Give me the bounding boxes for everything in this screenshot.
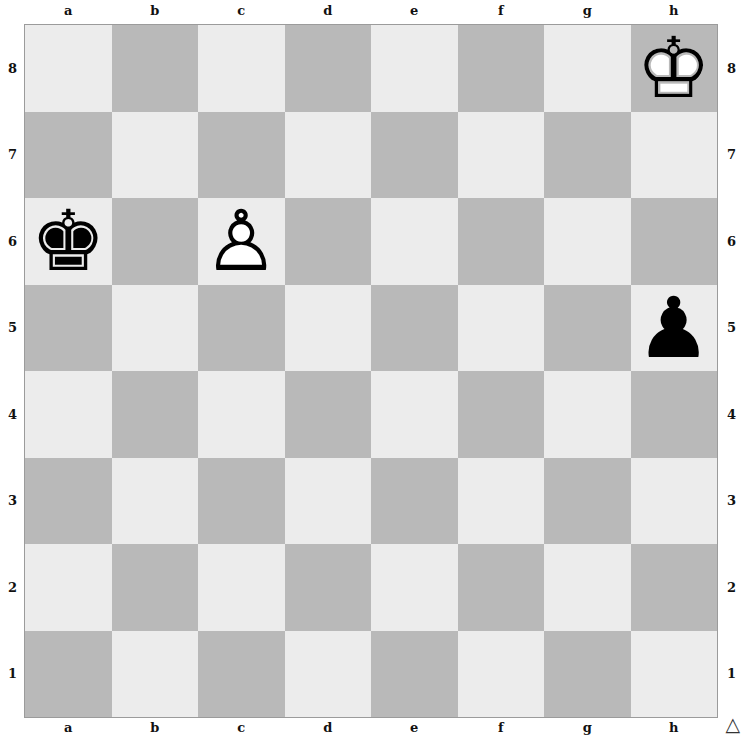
square-a4[interactable] — [25, 371, 112, 458]
square-g3[interactable] — [544, 458, 631, 545]
square-b4[interactable] — [112, 371, 199, 458]
square-a3[interactable] — [25, 458, 112, 545]
square-e8[interactable] — [371, 25, 458, 112]
file-label-d: d — [285, 717, 372, 742]
square-g8[interactable] — [544, 25, 631, 112]
white-to-move-indicator: △ — [725, 715, 740, 734]
square-a8[interactable] — [25, 25, 112, 112]
file-label-b: b — [112, 0, 199, 25]
square-c8[interactable] — [198, 25, 285, 112]
file-label-c: c — [198, 0, 285, 25]
file-label-c: c — [198, 717, 285, 742]
square-d1[interactable] — [285, 631, 372, 718]
rank-label-6: 6 — [0, 198, 25, 285]
black-pawn[interactable]: ♟ — [631, 285, 718, 372]
square-c4[interactable] — [198, 371, 285, 458]
rank-label-6: 6 — [719, 198, 744, 285]
square-d6[interactable] — [285, 198, 372, 285]
square-b2[interactable] — [112, 544, 199, 631]
square-b1[interactable] — [112, 631, 199, 718]
file-label-a: a — [25, 717, 112, 742]
file-label-h: h — [631, 717, 718, 742]
rank-labels-left: 87654321 — [0, 25, 25, 717]
file-label-g: g — [544, 717, 631, 742]
file-label-a: a — [25, 0, 112, 25]
square-h5[interactable]: ♟ — [631, 285, 718, 372]
square-g6[interactable] — [544, 198, 631, 285]
rank-label-3: 3 — [719, 458, 744, 545]
square-h7[interactable] — [631, 112, 718, 199]
square-h8[interactable]: ♚♔ — [631, 25, 718, 112]
file-label-h: h — [631, 0, 718, 25]
square-g4[interactable] — [544, 371, 631, 458]
square-d5[interactable] — [285, 285, 372, 372]
square-f1[interactable] — [458, 631, 545, 718]
white-king[interactable]: ♔ — [631, 25, 718, 112]
square-c3[interactable] — [198, 458, 285, 545]
square-h4[interactable] — [631, 371, 718, 458]
square-c1[interactable] — [198, 631, 285, 718]
rank-label-3: 3 — [0, 458, 25, 545]
square-a5[interactable] — [25, 285, 112, 372]
file-label-b: b — [112, 717, 199, 742]
square-a7[interactable] — [25, 112, 112, 199]
square-c2[interactable] — [198, 544, 285, 631]
rank-label-4: 4 — [0, 371, 25, 458]
square-b3[interactable] — [112, 458, 199, 545]
square-b7[interactable] — [112, 112, 199, 199]
rank-label-7: 7 — [0, 112, 25, 199]
square-h6[interactable] — [631, 198, 718, 285]
file-label-f: f — [458, 717, 545, 742]
file-label-d: d — [285, 0, 372, 25]
rank-labels-right: 87654321 — [719, 25, 744, 717]
chess-board: ♚♔♚♟♙♟ — [25, 25, 717, 717]
square-d8[interactable] — [285, 25, 372, 112]
white-pawn[interactable]: ♙ — [198, 198, 285, 285]
white-pawn-fill: ♟ — [198, 198, 285, 285]
rank-label-4: 4 — [719, 371, 744, 458]
square-a1[interactable] — [25, 631, 112, 718]
square-c5[interactable] — [198, 285, 285, 372]
square-e2[interactable] — [371, 544, 458, 631]
white-king-fill: ♚ — [631, 25, 718, 112]
rank-label-1: 1 — [0, 631, 25, 718]
square-e1[interactable] — [371, 631, 458, 718]
rank-label-8: 8 — [0, 25, 25, 112]
square-e6[interactable] — [371, 198, 458, 285]
rank-label-1: 1 — [719, 631, 744, 718]
file-label-g: g — [544, 0, 631, 25]
square-d4[interactable] — [285, 371, 372, 458]
square-a6[interactable]: ♚ — [25, 198, 112, 285]
rank-label-2: 2 — [0, 544, 25, 631]
rank-label-5: 5 — [0, 285, 25, 372]
square-d2[interactable] — [285, 544, 372, 631]
file-labels-bottom: abcdefgh — [25, 717, 717, 742]
square-f7[interactable] — [458, 112, 545, 199]
square-g1[interactable] — [544, 631, 631, 718]
square-f8[interactable] — [458, 25, 545, 112]
square-g7[interactable] — [544, 112, 631, 199]
square-g5[interactable] — [544, 285, 631, 372]
file-label-f: f — [458, 0, 545, 25]
square-f2[interactable] — [458, 544, 545, 631]
square-h3[interactable] — [631, 458, 718, 545]
square-e3[interactable] — [371, 458, 458, 545]
square-c7[interactable] — [198, 112, 285, 199]
square-b6[interactable] — [112, 198, 199, 285]
square-e5[interactable] — [371, 285, 458, 372]
square-c6[interactable]: ♟♙ — [198, 198, 285, 285]
square-d3[interactable] — [285, 458, 372, 545]
black-king[interactable]: ♚ — [25, 198, 112, 285]
square-a2[interactable] — [25, 544, 112, 631]
square-f3[interactable] — [458, 458, 545, 545]
square-e4[interactable] — [371, 371, 458, 458]
file-labels-top: abcdefgh — [25, 0, 717, 25]
square-e7[interactable] — [371, 112, 458, 199]
square-f6[interactable] — [458, 198, 545, 285]
square-h1[interactable] — [631, 631, 718, 718]
square-b8[interactable] — [112, 25, 199, 112]
chess-diagram: abcdefgh abcdefgh 87654321 87654321 ♚♔♚♟… — [0, 0, 744, 742]
file-label-e: e — [371, 717, 458, 742]
file-label-e: e — [371, 0, 458, 25]
square-f4[interactable] — [458, 371, 545, 458]
square-d7[interactable] — [285, 112, 372, 199]
square-h2[interactable] — [631, 544, 718, 631]
square-b5[interactable] — [112, 285, 199, 372]
rank-label-7: 7 — [719, 112, 744, 199]
square-g2[interactable] — [544, 544, 631, 631]
rank-label-8: 8 — [719, 25, 744, 112]
square-f5[interactable] — [458, 285, 545, 372]
rank-label-5: 5 — [719, 285, 744, 372]
rank-label-2: 2 — [719, 544, 744, 631]
